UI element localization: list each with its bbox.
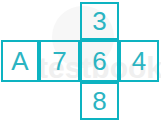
net-cell-center: 6	[80, 40, 119, 82]
cube-net-diagram: testbook 3 A 7 6 4 8	[0, 0, 161, 121]
net-cell-top: 3	[80, 2, 119, 40]
net-cell-bottom: 8	[80, 82, 119, 120]
net-cell-right: 4	[119, 40, 159, 82]
cube-net-grid: 3 A 7 6 4 8	[1, 2, 159, 120]
net-cell-mid-left: 7	[39, 40, 80, 82]
net-cell-left: A	[1, 40, 39, 82]
